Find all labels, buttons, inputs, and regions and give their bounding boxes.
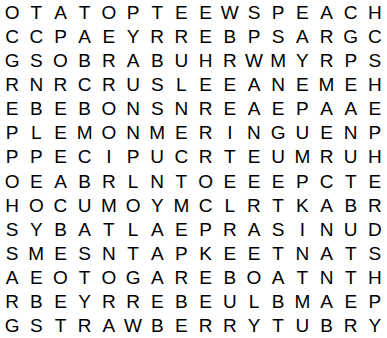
letter-cell[interactable]: Y xyxy=(73,290,97,314)
letter-cell[interactable]: U xyxy=(290,314,314,338)
letter-cell[interactable]: P xyxy=(266,0,290,24)
letter-cell[interactable]: A xyxy=(242,97,266,121)
letter-cell[interactable]: B xyxy=(169,290,193,314)
letter-cell[interactable]: A xyxy=(339,97,363,121)
letter-cell[interactable]: P xyxy=(169,241,193,265)
letter-cell[interactable]: T xyxy=(169,169,193,193)
letter-cell[interactable]: A xyxy=(314,0,338,24)
letter-cell[interactable]: O xyxy=(24,193,48,217)
letter-cell[interactable]: R xyxy=(48,72,72,96)
letter-cell[interactable]: O xyxy=(194,169,218,193)
letter-cell[interactable]: M xyxy=(169,193,193,217)
letter-cell[interactable]: P xyxy=(363,290,387,314)
letter-cell[interactable]: O xyxy=(97,97,121,121)
letter-cell[interactable]: E xyxy=(194,24,218,48)
letter-cell[interactable]: O xyxy=(97,121,121,145)
letter-cell[interactable]: C xyxy=(0,24,24,48)
letter-cell[interactable]: R xyxy=(242,193,266,217)
letter-cell[interactable]: O xyxy=(0,0,24,24)
letter-cell[interactable]: B xyxy=(218,266,242,290)
letter-cell[interactable]: A xyxy=(73,217,97,241)
letter-cell[interactable]: O xyxy=(48,266,72,290)
letter-cell[interactable]: C xyxy=(73,145,97,169)
letter-cell[interactable]: C xyxy=(73,72,97,96)
letter-cell[interactable]: P xyxy=(194,217,218,241)
letter-cell[interactable]: R xyxy=(218,48,242,72)
letter-cell[interactable]: E xyxy=(169,314,193,338)
letter-cell[interactable]: P xyxy=(0,145,24,169)
letter-cell[interactable]: Y xyxy=(242,314,266,338)
letter-cell[interactable]: T xyxy=(97,217,121,241)
letter-cell[interactable]: R xyxy=(314,24,338,48)
letter-cell[interactable]: R xyxy=(97,72,121,96)
letter-cell[interactable]: R xyxy=(194,145,218,169)
letter-cell[interactable]: S xyxy=(266,217,290,241)
letter-cell[interactable]: T xyxy=(266,193,290,217)
letter-cell[interactable]: P xyxy=(363,121,387,145)
letter-cell[interactable]: A xyxy=(48,0,72,24)
letter-cell[interactable]: R xyxy=(194,314,218,338)
letter-cell[interactable]: N xyxy=(339,121,363,145)
letter-cell[interactable]: B xyxy=(145,314,169,338)
letter-cell[interactable]: U xyxy=(169,48,193,72)
letter-cell[interactable]: T xyxy=(266,241,290,265)
letter-cell[interactable]: L xyxy=(169,72,193,96)
letter-cell[interactable]: A xyxy=(314,193,338,217)
letter-cell[interactable]: U xyxy=(339,145,363,169)
letter-cell[interactable]: A xyxy=(97,314,121,338)
letter-cell[interactable]: E xyxy=(169,217,193,241)
letter-cell[interactable]: L xyxy=(242,290,266,314)
letter-cell[interactable]: R xyxy=(314,145,338,169)
letter-cell[interactable]: E xyxy=(194,266,218,290)
letter-cell[interactable]: S xyxy=(24,48,48,72)
letter-cell[interactable]: M xyxy=(290,145,314,169)
letter-cell[interactable]: O xyxy=(97,266,121,290)
letter-cell[interactable]: E xyxy=(242,241,266,265)
letter-cell[interactable]: E xyxy=(218,169,242,193)
letter-cell[interactable]: C xyxy=(169,145,193,169)
letter-cell[interactable]: E xyxy=(48,241,72,265)
letter-cell[interactable]: E xyxy=(339,290,363,314)
letter-cell[interactable]: O xyxy=(48,48,72,72)
letter-cell[interactable]: N xyxy=(314,266,338,290)
letter-cell[interactable]: I xyxy=(290,217,314,241)
letter-cell[interactable]: A xyxy=(145,266,169,290)
letter-cell[interactable]: E xyxy=(48,145,72,169)
letter-cell[interactable]: B xyxy=(73,97,97,121)
letter-cell[interactable]: E xyxy=(97,24,121,48)
letter-cell[interactable]: O xyxy=(121,193,145,217)
letter-cell[interactable]: N xyxy=(145,169,169,193)
letter-cell[interactable]: R xyxy=(0,290,24,314)
letter-cell[interactable]: E xyxy=(169,121,193,145)
letter-cell[interactable]: B xyxy=(145,48,169,72)
letter-cell[interactable]: E xyxy=(48,121,72,145)
letter-cell[interactable]: I xyxy=(218,121,242,145)
letter-cell[interactable]: E xyxy=(363,97,387,121)
letter-cell[interactable]: E xyxy=(24,266,48,290)
letter-cell[interactable]: M xyxy=(24,241,48,265)
letter-cell[interactable]: S xyxy=(363,241,387,265)
letter-cell[interactable]: E xyxy=(218,97,242,121)
letter-cell[interactable]: B xyxy=(73,48,97,72)
letter-cell[interactable]: S xyxy=(24,314,48,338)
letter-cell[interactable]: T xyxy=(218,145,242,169)
letter-cell[interactable]: T xyxy=(145,0,169,24)
letter-cell[interactable]: G xyxy=(121,266,145,290)
letter-cell[interactable]: E xyxy=(218,241,242,265)
letter-cell[interactable]: E xyxy=(339,72,363,96)
letter-cell[interactable]: U xyxy=(145,145,169,169)
letter-cell[interactable]: M xyxy=(73,121,97,145)
letter-cell[interactable]: A xyxy=(145,241,169,265)
letter-cell[interactable]: U xyxy=(339,217,363,241)
word-search-grid: OTATOPTEEWSPEACHCCPAEYRREBPSARGCGSOBRABU… xyxy=(0,0,387,338)
letter-cell[interactable]: R xyxy=(194,97,218,121)
letter-cell[interactable]: A xyxy=(314,97,338,121)
letter-cell[interactable]: C xyxy=(48,193,72,217)
letter-cell[interactable]: U xyxy=(73,193,97,217)
letter-cell[interactable]: N xyxy=(24,72,48,96)
letter-cell[interactable]: L xyxy=(24,121,48,145)
letter-cell[interactable]: A xyxy=(73,24,97,48)
letter-cell[interactable]: Y xyxy=(363,314,387,338)
letter-cell[interactable]: M xyxy=(290,290,314,314)
letter-cell[interactable]: A xyxy=(242,72,266,96)
letter-cell[interactable]: E xyxy=(242,145,266,169)
letter-cell[interactable]: C xyxy=(24,24,48,48)
letter-cell[interactable]: R xyxy=(314,48,338,72)
letter-cell[interactable]: D xyxy=(363,217,387,241)
letter-cell[interactable]: B xyxy=(314,314,338,338)
letter-cell[interactable]: E xyxy=(169,0,193,24)
letter-cell[interactable]: H xyxy=(0,193,24,217)
letter-cell[interactable]: E xyxy=(290,0,314,24)
letter-cell[interactable]: S xyxy=(242,0,266,24)
letter-cell[interactable]: P xyxy=(24,145,48,169)
letter-cell[interactable]: R xyxy=(218,314,242,338)
letter-cell[interactable]: N xyxy=(97,241,121,265)
letter-cell[interactable]: O xyxy=(0,169,24,193)
letter-cell[interactable]: U xyxy=(266,145,290,169)
letter-cell[interactable]: H xyxy=(363,145,387,169)
letter-cell[interactable]: R xyxy=(169,266,193,290)
letter-cell[interactable]: S xyxy=(266,24,290,48)
letter-cell[interactable]: N xyxy=(314,217,338,241)
letter-cell[interactable]: R xyxy=(145,24,169,48)
letter-cell[interactable]: E xyxy=(242,169,266,193)
letter-cell[interactable]: M xyxy=(145,121,169,145)
letter-cell[interactable]: P xyxy=(339,48,363,72)
letter-cell[interactable]: B xyxy=(339,193,363,217)
letter-cell[interactable]: R xyxy=(73,314,97,338)
letter-cell[interactable]: G xyxy=(0,48,24,72)
letter-cell[interactable]: S xyxy=(0,217,24,241)
letter-cell[interactable]: N xyxy=(169,97,193,121)
letter-cell[interactable]: P xyxy=(0,121,24,145)
letter-cell[interactable]: B xyxy=(24,290,48,314)
letter-cell[interactable]: R xyxy=(363,193,387,217)
letter-cell[interactable]: E xyxy=(266,169,290,193)
letter-cell[interactable]: E xyxy=(145,290,169,314)
letter-cell[interactable]: Y xyxy=(121,24,145,48)
letter-cell[interactable]: R xyxy=(0,72,24,96)
letter-cell[interactable]: R xyxy=(97,290,121,314)
letter-cell[interactable]: O xyxy=(97,0,121,24)
letter-cell[interactable]: T xyxy=(339,169,363,193)
letter-cell[interactable]: S xyxy=(145,72,169,96)
letter-cell[interactable]: B xyxy=(73,169,97,193)
letter-cell[interactable]: A xyxy=(0,266,24,290)
letter-cell[interactable]: E xyxy=(48,290,72,314)
letter-cell[interactable]: G xyxy=(0,314,24,338)
letter-cell[interactable]: O xyxy=(242,266,266,290)
letter-cell[interactable]: A xyxy=(290,24,314,48)
letter-cell[interactable]: R xyxy=(121,290,145,314)
letter-cell[interactable]: T xyxy=(339,241,363,265)
letter-cell[interactable]: Y xyxy=(145,193,169,217)
letter-cell[interactable]: P xyxy=(290,97,314,121)
letter-cell[interactable]: L xyxy=(121,217,145,241)
letter-cell[interactable]: G xyxy=(339,24,363,48)
letter-cell[interactable]: C xyxy=(339,0,363,24)
letter-cell[interactable]: U xyxy=(121,72,145,96)
letter-cell[interactable]: N xyxy=(121,97,145,121)
letter-cell[interactable]: E xyxy=(194,290,218,314)
letter-cell[interactable]: E xyxy=(48,97,72,121)
letter-cell[interactable]: H xyxy=(194,48,218,72)
letter-cell[interactable]: A xyxy=(314,290,338,314)
letter-cell[interactable]: H xyxy=(363,266,387,290)
letter-cell[interactable]: S xyxy=(145,97,169,121)
letter-cell[interactable]: P xyxy=(121,0,145,24)
letter-cell[interactable]: T xyxy=(73,0,97,24)
letter-cell[interactable]: C xyxy=(314,169,338,193)
letter-cell[interactable]: B xyxy=(266,290,290,314)
letter-cell[interactable]: M xyxy=(97,193,121,217)
letter-cell[interactable]: R xyxy=(218,217,242,241)
letter-cell[interactable]: B xyxy=(24,97,48,121)
letter-cell[interactable]: S xyxy=(73,241,97,265)
letter-cell[interactable]: N xyxy=(290,241,314,265)
letter-cell[interactable]: E xyxy=(0,97,24,121)
letter-cell[interactable]: A xyxy=(145,217,169,241)
letter-cell[interactable]: A xyxy=(266,266,290,290)
letter-cell[interactable]: A xyxy=(121,48,145,72)
letter-cell[interactable]: U xyxy=(290,121,314,145)
letter-cell[interactable]: B xyxy=(48,217,72,241)
letter-cell[interactable]: L xyxy=(121,169,145,193)
letter-cell[interactable]: P xyxy=(121,145,145,169)
letter-cell[interactable]: T xyxy=(339,266,363,290)
letter-cell[interactable]: N xyxy=(121,121,145,145)
letter-cell[interactable]: R xyxy=(194,121,218,145)
letter-cell[interactable]: A xyxy=(314,241,338,265)
letter-cell[interactable]: B xyxy=(218,24,242,48)
letter-cell[interactable]: E xyxy=(363,169,387,193)
letter-cell[interactable]: L xyxy=(218,193,242,217)
letter-cell[interactable]: C xyxy=(363,24,387,48)
letter-cell[interactable]: E xyxy=(194,0,218,24)
letter-cell[interactable]: U xyxy=(218,290,242,314)
letter-cell[interactable]: E xyxy=(24,169,48,193)
letter-cell[interactable]: T xyxy=(24,0,48,24)
letter-cell[interactable]: A xyxy=(48,169,72,193)
letter-cell[interactable]: Y xyxy=(290,48,314,72)
letter-cell[interactable]: H xyxy=(363,0,387,24)
letter-cell[interactable]: N xyxy=(266,72,290,96)
letter-cell[interactable]: W xyxy=(242,48,266,72)
letter-cell[interactable]: K xyxy=(290,193,314,217)
letter-cell[interactable]: E xyxy=(266,97,290,121)
letter-cell[interactable]: R xyxy=(97,48,121,72)
letter-cell[interactable]: G xyxy=(266,121,290,145)
letter-cell[interactable]: E xyxy=(194,72,218,96)
letter-cell[interactable]: Y xyxy=(24,217,48,241)
letter-cell[interactable]: N xyxy=(242,121,266,145)
letter-cell[interactable]: S xyxy=(363,48,387,72)
letter-cell[interactable]: W xyxy=(121,314,145,338)
letter-cell[interactable]: P xyxy=(242,24,266,48)
letter-cell[interactable]: E xyxy=(314,121,338,145)
letter-cell[interactable]: T xyxy=(290,266,314,290)
letter-cell[interactable]: E xyxy=(218,72,242,96)
letter-cell[interactable]: S xyxy=(0,241,24,265)
letter-cell[interactable]: K xyxy=(194,241,218,265)
letter-cell[interactable]: A xyxy=(242,217,266,241)
letter-cell[interactable]: E xyxy=(290,72,314,96)
letter-cell[interactable]: M xyxy=(314,72,338,96)
letter-cell[interactable]: T xyxy=(48,314,72,338)
letter-cell[interactable]: R xyxy=(97,169,121,193)
letter-cell[interactable]: C xyxy=(194,193,218,217)
letter-cell[interactable]: T xyxy=(266,314,290,338)
letter-cell[interactable]: W xyxy=(218,0,242,24)
letter-cell[interactable]: H xyxy=(363,72,387,96)
letter-cell[interactable]: R xyxy=(339,314,363,338)
letter-cell[interactable]: P xyxy=(48,24,72,48)
letter-cell[interactable]: I xyxy=(97,145,121,169)
letter-cell[interactable]: R xyxy=(169,24,193,48)
letter-cell[interactable]: M xyxy=(266,48,290,72)
letter-cell[interactable]: T xyxy=(121,241,145,265)
letter-cell[interactable]: P xyxy=(290,169,314,193)
letter-cell[interactable]: T xyxy=(73,266,97,290)
